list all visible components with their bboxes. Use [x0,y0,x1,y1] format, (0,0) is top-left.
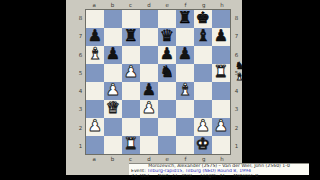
square-f1 [176,136,194,154]
square-e2 [158,118,176,136]
file-labels-top: abcdefgh [85,2,231,8]
coord-label-b: b [103,2,121,8]
coord-label-c: c [122,156,140,162]
square-b3: ♛ [104,100,122,118]
square-d2 [140,118,158,136]
coord-label-3: 3 [233,100,240,118]
black-pawn: ♟ [178,46,192,62]
black-pawn: ♟ [160,46,174,62]
square-c5: ♟ [122,64,140,82]
square-c4 [122,82,140,100]
square-a3 [86,100,104,118]
square-g2: ♟ [194,118,212,136]
square-a6: ♝ [86,46,104,64]
coord-label-3: 3 [77,100,84,118]
square-e7: ♛ [158,28,176,46]
coord-label-2: 2 [77,119,84,137]
square-f3 [176,100,194,118]
square-d5 [140,64,158,82]
coord-label-b: b [103,156,121,162]
next-move: Next: 23...Rfc8 [158,174,192,178]
coord-label-5: 5 [77,64,84,82]
coord-label-8: 8 [77,9,84,27]
square-c1: ♜ [122,136,140,154]
game-info-caption: Morozevich, Alexander (2575) – Van der W… [129,163,309,175]
square-d8 [140,10,158,28]
material-balance: Material: 0 [234,174,259,178]
square-b2 [104,118,122,136]
coord-label-7: 7 [77,27,84,45]
square-f4: ♝ [176,82,194,100]
white-pawn: ♟ [124,64,138,80]
white-pawn: ♟ [106,82,120,98]
coord-label-f: f [176,156,194,162]
square-h7: ♟ [212,28,230,46]
square-g3 [194,100,212,118]
coord-label-f: f [176,2,194,8]
white-queen: ♛ [106,100,120,116]
square-g7: ♝ [194,28,212,46]
black-pawn: ♟ [106,46,120,62]
coord-label-6: 6 [77,46,84,64]
rank-labels-left: 87654321 [77,9,84,155]
square-b7 [104,28,122,46]
square-d7 [140,28,158,46]
white-bishop: ♝ [178,82,192,98]
black-pawn: ♟ [214,28,228,44]
square-b1 [104,136,122,154]
captured-white-bishop-icon: ♝ [234,71,245,82]
black-king: ♚ [196,10,210,26]
square-g5 [194,64,212,82]
white-pawn: ♟ [196,118,210,134]
square-e5: ♞ [158,64,176,82]
coord-label-1: 1 [77,137,84,155]
coord-label-g: g [195,2,213,8]
coord-label-d: d [140,2,158,8]
coord-label-1: 1 [233,137,240,155]
coord-label-g: g [195,156,213,162]
white-rook: ♜ [214,64,228,80]
square-f6: ♟ [176,46,194,64]
file-labels-bottom: abcdefgh [85,156,231,162]
square-h4 [212,82,230,100]
square-h6 [212,46,230,64]
game-length: Length: 41 [200,174,225,178]
coord-label-h: h [213,2,231,8]
square-f7 [176,28,194,46]
square-g8: ♚ [194,10,212,28]
square-d1 [140,136,158,154]
coord-label-h: h [213,156,231,162]
white-pawn: ♟ [142,100,156,116]
square-h1 [212,136,230,154]
coord-label-c: c [122,2,140,8]
square-a8 [86,10,104,28]
square-g4 [194,82,212,100]
black-bishop: ♝ [196,28,210,44]
white-pawn: ♟ [214,118,228,134]
event-value: Tilburg-rapid15, Tilburg (NED) Round 8, … [147,169,251,173]
chess-diagram-panel: abcdefgh abcdefgh 87654321 87654321 ♜♚♟♜… [66,0,242,175]
chess-board: ♜♚♟♜♛♝♟♝♟♟♟♟♞♜♟♟♝♛♟♟♟♟♜♚ [85,9,231,155]
coord-label-4: 4 [77,82,84,100]
square-f5 [176,64,194,82]
square-d4: ♟ [140,82,158,100]
coord-label-e: e [158,2,176,8]
white-king: ♚ [196,136,210,152]
square-h3 [212,100,230,118]
black-knight: ♞ [160,64,174,80]
white-bishop: ♝ [88,46,102,62]
white-rook: ♜ [124,136,138,152]
captured-black-knight-icon: ♞ [234,60,245,71]
coord-label-a: a [85,2,103,8]
black-rook: ♜ [178,10,192,26]
square-a5 [86,64,104,82]
black-pawn: ♟ [142,82,156,98]
coord-label-8: 8 [233,9,240,27]
square-g6 [194,46,212,64]
black-queen: ♛ [160,28,174,44]
square-b4: ♟ [104,82,122,100]
square-e3 [158,100,176,118]
coord-label-7: 7 [233,27,240,45]
square-b6: ♟ [104,46,122,64]
coord-label-2: 2 [233,119,240,137]
captured-material-tray: ♞ ♝ [234,60,245,82]
square-c8 [122,10,140,28]
square-e1 [158,136,176,154]
square-e8 [158,10,176,28]
rank-labels-right: 87654321 [233,9,240,155]
square-d6 [140,46,158,64]
square-f2 [176,118,194,136]
square-e6: ♟ [158,46,176,64]
white-pawn: ♟ [88,118,102,134]
square-a7: ♟ [86,28,104,46]
square-a4 [86,82,104,100]
coord-label-e: e [158,156,176,162]
square-h5: ♜ [212,64,230,82]
square-e4 [158,82,176,100]
black-pawn: ♟ [88,28,102,44]
black-rook: ♜ [124,28,138,44]
square-b8 [104,10,122,28]
coord-label-4: 4 [233,82,240,100]
video-frame: abcdefgh abcdefgh 87654321 87654321 ♜♚♟♜… [0,0,320,180]
move-status-line: 23. Qb3 Next: 23...Rfc8 Length: 41 Mater… [129,174,309,179]
last-move: 23. Qb3 [131,174,149,178]
coord-label-d: d [140,156,158,162]
square-a2: ♟ [86,118,104,136]
square-f8: ♜ [176,10,194,28]
square-h8 [212,10,230,28]
square-c3 [122,100,140,118]
square-c6 [122,46,140,64]
square-h2: ♟ [212,118,230,136]
square-b5 [104,64,122,82]
square-g1: ♚ [194,136,212,154]
square-a1 [86,136,104,154]
square-c2 [122,118,140,136]
coord-label-a: a [85,156,103,162]
event-label: Event: [131,169,147,173]
square-d3: ♟ [140,100,158,118]
square-c7: ♜ [122,28,140,46]
